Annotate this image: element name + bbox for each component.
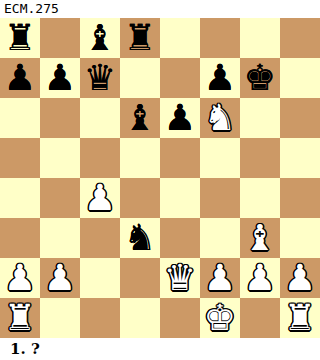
square-f2[interactable]: ♟ [200,258,240,298]
square-d2[interactable] [120,258,160,298]
square-d7[interactable] [120,58,160,98]
black-knight-piece[interactable]: ♞ [124,218,156,258]
white-pawn-piece[interactable]: ♟ [4,258,36,298]
square-e7[interactable] [160,58,200,98]
square-e1[interactable] [160,298,200,338]
square-c6[interactable] [80,98,120,138]
square-e4[interactable] [160,178,200,218]
black-pawn-piece[interactable]: ♟ [164,98,196,138]
white-bishop-piece[interactable]: ♝ [244,218,276,258]
square-d3[interactable]: ♞ [120,218,160,258]
white-pawn-piece[interactable]: ♟ [204,258,236,298]
chess-board: ♜♝♜♟♟♛♟♚♝♟♞♟♞♝♟♟♛♟♟♟♜♚♜ [0,18,320,338]
square-h4[interactable] [280,178,320,218]
square-b8[interactable] [40,18,80,58]
square-c4[interactable]: ♟ [80,178,120,218]
square-f7[interactable]: ♟ [200,58,240,98]
square-a2[interactable]: ♟ [0,258,40,298]
square-e6[interactable]: ♟ [160,98,200,138]
square-d8[interactable]: ♜ [120,18,160,58]
black-pawn-piece[interactable]: ♟ [204,58,236,98]
square-h1[interactable]: ♜ [280,298,320,338]
square-f4[interactable] [200,178,240,218]
square-d4[interactable] [120,178,160,218]
square-f8[interactable] [200,18,240,58]
square-a4[interactable] [0,178,40,218]
square-a6[interactable] [0,98,40,138]
white-pawn-piece[interactable]: ♟ [284,258,316,298]
square-e2[interactable]: ♛ [160,258,200,298]
square-h6[interactable] [280,98,320,138]
square-b5[interactable] [40,138,80,178]
status-bar: 1. ? [0,338,320,360]
black-rook-piece[interactable]: ♜ [4,18,36,58]
square-c8[interactable]: ♝ [80,18,120,58]
square-d5[interactable] [120,138,160,178]
black-queen-piece[interactable]: ♛ [84,58,116,98]
square-g3[interactable]: ♝ [240,218,280,258]
square-f3[interactable] [200,218,240,258]
white-rook-piece[interactable]: ♜ [4,298,36,338]
square-a1[interactable]: ♜ [0,298,40,338]
square-h8[interactable] [280,18,320,58]
black-king-piece[interactable]: ♚ [244,58,276,98]
white-pawn-piece[interactable]: ♟ [244,258,276,298]
square-g8[interactable] [240,18,280,58]
square-e8[interactable] [160,18,200,58]
square-g1[interactable] [240,298,280,338]
black-bishop-piece[interactable]: ♝ [84,18,116,58]
white-king-piece[interactable]: ♚ [204,298,236,338]
chess-app-window: ECM.275 ♜♝♜♟♟♛♟♚♝♟♞♟♞♝♟♟♛♟♟♟♜♚♜ 1. ? [0,0,320,360]
square-g4[interactable] [240,178,280,218]
square-e5[interactable] [160,138,200,178]
square-c3[interactable] [80,218,120,258]
black-pawn-piece[interactable]: ♟ [44,58,76,98]
square-d6[interactable]: ♝ [120,98,160,138]
black-bishop-piece[interactable]: ♝ [124,98,156,138]
square-g6[interactable] [240,98,280,138]
square-c2[interactable] [80,258,120,298]
square-g7[interactable]: ♚ [240,58,280,98]
square-f5[interactable] [200,138,240,178]
square-h3[interactable] [280,218,320,258]
square-c7[interactable]: ♛ [80,58,120,98]
square-h5[interactable] [280,138,320,178]
square-a7[interactable]: ♟ [0,58,40,98]
white-knight-piece[interactable]: ♞ [204,98,236,138]
square-a5[interactable] [0,138,40,178]
square-h7[interactable] [280,58,320,98]
square-b4[interactable] [40,178,80,218]
square-c1[interactable] [80,298,120,338]
white-pawn-piece[interactable]: ♟ [44,258,76,298]
square-b2[interactable]: ♟ [40,258,80,298]
title-bar: ECM.275 [0,0,320,18]
square-g5[interactable] [240,138,280,178]
square-c5[interactable] [80,138,120,178]
square-d1[interactable] [120,298,160,338]
square-h2[interactable]: ♟ [280,258,320,298]
square-a3[interactable] [0,218,40,258]
move-prompt: 1. ? [0,338,40,360]
square-a8[interactable]: ♜ [0,18,40,58]
black-rook-piece[interactable]: ♜ [124,18,156,58]
square-f6[interactable]: ♞ [200,98,240,138]
square-e3[interactable] [160,218,200,258]
black-pawn-piece[interactable]: ♟ [4,58,36,98]
square-g2[interactable]: ♟ [240,258,280,298]
square-f1[interactable]: ♚ [200,298,240,338]
square-b3[interactable] [40,218,80,258]
white-queen-piece[interactable]: ♛ [164,258,196,298]
square-b6[interactable] [40,98,80,138]
page-title: ECM.275 [0,0,59,18]
white-rook-piece[interactable]: ♜ [284,298,316,338]
square-b1[interactable] [40,298,80,338]
square-b7[interactable]: ♟ [40,58,80,98]
white-pawn-piece[interactable]: ♟ [84,178,116,218]
